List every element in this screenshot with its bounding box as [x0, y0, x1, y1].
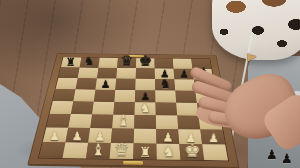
white-king-g1[interactable]: ♚: [180, 141, 204, 160]
square-g4[interactable]: [176, 103, 198, 116]
square-b6[interactable]: [76, 78, 97, 89]
square-a8[interactable]: ♜: [61, 57, 82, 67]
square-b3[interactable]: [68, 114, 92, 128]
square-c6[interactable]: ♟: [95, 78, 116, 90]
square-c3[interactable]: [90, 114, 113, 128]
black-pawn-g7[interactable]: ♟: [174, 69, 194, 80]
square-a2[interactable]: ♟: [43, 127, 68, 142]
square-c8[interactable]: [98, 58, 118, 68]
square-a4[interactable]: [50, 101, 74, 114]
square-h4[interactable]: [197, 103, 220, 116]
square-c5[interactable]: [94, 90, 116, 102]
square-a6[interactable]: [56, 78, 78, 89]
board-brand-label-near: [123, 161, 143, 165]
square-f6[interactable]: ♞: [155, 79, 175, 91]
square-e7[interactable]: [136, 68, 155, 79]
square-b5[interactable]: [73, 89, 95, 101]
white-queen-d1[interactable]: ♛: [110, 141, 134, 159]
square-h5[interactable]: [195, 91, 217, 103]
square-c4[interactable]: [92, 102, 114, 115]
square-a7[interactable]: [58, 67, 79, 78]
white-bishop-d3[interactable]: ♝: [112, 114, 134, 129]
square-g6[interactable]: [174, 79, 195, 91]
square-a3[interactable]: [46, 114, 70, 128]
square-d5[interactable]: [114, 90, 135, 102]
white-bishop-c1[interactable]: ♝: [86, 142, 110, 158]
square-e8[interactable]: ♚: [136, 58, 155, 68]
square-a1[interactable]: [39, 142, 65, 158]
square-d8[interactable]: ♛: [117, 58, 136, 68]
photo-scene: ♜♞♛♚♟♟♝♟♞♟♞♝♟♟♟♟♟♟♝♛♜♞♚ ♟♟♟: [0, 0, 300, 168]
black-bishop-h7[interactable]: ♝: [194, 67, 214, 80]
square-d3[interactable]: ♝: [112, 115, 134, 129]
white-pawn-a2[interactable]: ♟: [43, 130, 66, 143]
square-d6[interactable]: [115, 79, 135, 91]
square-b7[interactable]: [78, 68, 99, 79]
white-knight-e4[interactable]: ♞: [135, 102, 156, 116]
black-pawn-c6[interactable]: ♟: [96, 79, 116, 90]
square-h1[interactable]: [202, 144, 228, 160]
square-f1[interactable]: ♞: [156, 144, 180, 160]
square-e6[interactable]: [135, 79, 155, 91]
square-b8[interactable]: ♞: [80, 58, 100, 68]
captured-black-pawn: ♟: [266, 147, 278, 162]
square-h7[interactable]: ♝: [192, 69, 213, 80]
white-pawn-b2[interactable]: ♟: [66, 130, 89, 143]
chess-board[interactable]: ♜♞♛♚♟♟♝♟♞♟♞♝♟♟♟♟♟♟♝♛♜♞♚: [39, 57, 228, 160]
captured-white-piece-lying: ♟: [244, 51, 259, 63]
white-pawn-h2[interactable]: ♟: [202, 132, 225, 145]
square-h6[interactable]: [194, 80, 216, 92]
black-queen-d8[interactable]: ♛: [117, 54, 136, 68]
square-d7[interactable]: [116, 68, 136, 79]
black-knight-f6[interactable]: ♞: [155, 78, 175, 91]
square-c1[interactable]: ♝: [86, 143, 111, 159]
black-rook-a8[interactable]: ♜: [61, 56, 80, 67]
square-f3[interactable]: [156, 115, 178, 129]
square-f5[interactable]: [155, 90, 176, 102]
black-knight-b8[interactable]: ♞: [80, 56, 99, 68]
white-knight-f1[interactable]: ♞: [157, 144, 181, 159]
square-h3[interactable]: [198, 116, 222, 130]
chess-board-frame: ♜♞♛♚♟♟♝♟♞♟♞♝♟♟♟♟♟♟♝♛♜♞♚: [27, 53, 239, 167]
square-g5[interactable]: [175, 91, 197, 103]
square-g1[interactable]: ♚: [179, 144, 204, 160]
square-g7[interactable]: ♟: [174, 69, 194, 80]
square-e2[interactable]: [134, 129, 157, 144]
square-d1[interactable]: ♛: [110, 143, 134, 159]
square-b1[interactable]: [62, 142, 88, 158]
white-rook-e1[interactable]: ♜: [133, 145, 157, 159]
square-e3[interactable]: [134, 115, 156, 129]
captured-black-pawn: ♟: [281, 151, 293, 166]
black-king-e8[interactable]: ♚: [136, 53, 155, 68]
square-a5[interactable]: [53, 89, 76, 101]
square-b2[interactable]: ♟: [65, 128, 90, 143]
square-e4[interactable]: ♞: [135, 102, 156, 115]
square-f4[interactable]: [156, 102, 178, 115]
square-g3[interactable]: [177, 116, 200, 130]
chess-board-scene: ♜♞♛♚♟♟♝♟♞♟♞♝♟♟♟♟♟♟♝♛♜♞♚: [25, 0, 241, 168]
square-e1[interactable]: ♜: [133, 143, 157, 159]
square-b4[interactable]: [71, 101, 94, 114]
